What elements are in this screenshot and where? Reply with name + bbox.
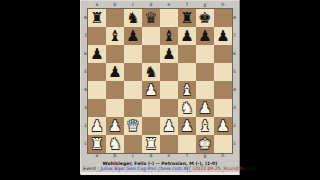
square-h1 bbox=[214, 135, 232, 153]
square-c1 bbox=[124, 135, 142, 153]
square-d4: ♟ bbox=[142, 81, 160, 99]
square-b2: ♟ bbox=[106, 117, 124, 135]
piece-black-pawn: ♟ bbox=[126, 27, 139, 45]
piece-black-knight: ♞ bbox=[126, 9, 139, 27]
square-e4 bbox=[160, 81, 178, 99]
square-c3 bbox=[124, 99, 142, 117]
letterbox-left bbox=[0, 0, 80, 180]
square-h5 bbox=[214, 63, 232, 81]
file-label-a: a bbox=[88, 153, 106, 160]
square-b8 bbox=[106, 9, 124, 27]
rank-label-1: 1 bbox=[232, 135, 237, 153]
piece-black-pawn: ♟ bbox=[108, 63, 121, 81]
piece-black-rook: ♜ bbox=[180, 9, 193, 27]
square-e6: ♟ bbox=[160, 45, 178, 63]
piece-white-knight: ♞ bbox=[180, 99, 193, 117]
square-b4 bbox=[106, 81, 124, 99]
square-e2: ♟ bbox=[160, 117, 178, 135]
square-f5 bbox=[178, 63, 196, 81]
square-g3: ♟ bbox=[196, 99, 214, 117]
piece-black-knight: ♞ bbox=[144, 63, 157, 81]
rank-label-3: 3 bbox=[232, 99, 237, 117]
square-h8 bbox=[214, 9, 232, 27]
square-a8: ♜ bbox=[88, 9, 106, 27]
square-c8: ♞ bbox=[124, 9, 142, 27]
bottom-strip bbox=[81, 172, 239, 175]
square-a1: ♜ bbox=[88, 135, 106, 153]
file-label-b: b bbox=[106, 2, 124, 9]
board-frame: abcdefgh 87654321 ♜♞♛♜♚♝♟♝♟♟♟♟♟♟♞♟♝♞♟♟♟♛… bbox=[83, 0, 237, 160]
piece-black-pawn: ♟ bbox=[180, 27, 193, 45]
event-number: 026 bbox=[246, 166, 255, 171]
piece-white-queen: ♛ bbox=[126, 117, 139, 135]
piece-white-king: ♚ bbox=[198, 135, 211, 153]
piece-white-pawn: ♟ bbox=[162, 117, 175, 135]
square-d5: ♞ bbox=[142, 63, 160, 81]
piece-black-bishop: ♝ bbox=[162, 27, 175, 45]
square-f6 bbox=[178, 45, 196, 63]
square-h2: ♟ bbox=[214, 117, 232, 135]
square-g6 bbox=[196, 45, 214, 63]
piece-white-bishop: ♝ bbox=[198, 117, 211, 135]
file-label-d: d bbox=[142, 2, 160, 9]
piece-white-pawn: ♟ bbox=[198, 99, 211, 117]
square-a5 bbox=[88, 63, 106, 81]
square-b6 bbox=[106, 45, 124, 63]
piece-white-pawn: ♟ bbox=[144, 81, 157, 99]
rank-label-5: 5 bbox=[232, 63, 237, 81]
file-label-d: d bbox=[142, 153, 160, 160]
rank-label-4: 4 bbox=[232, 81, 237, 99]
rank-label-2: 2 bbox=[232, 117, 237, 135]
square-g2: ♝ bbox=[196, 117, 214, 135]
square-b7: ♝ bbox=[106, 27, 124, 45]
file-label-e: e bbox=[160, 2, 178, 9]
square-f3: ♞ bbox=[178, 99, 196, 117]
square-f8: ♜ bbox=[178, 9, 196, 27]
file-label-g: g bbox=[196, 153, 214, 160]
square-d6 bbox=[142, 45, 160, 63]
square-a3 bbox=[88, 99, 106, 117]
square-f1 bbox=[178, 135, 196, 153]
file-label-e: e bbox=[160, 153, 178, 160]
rank-label-8: 8 bbox=[232, 9, 237, 27]
file-label-c: c bbox=[124, 2, 142, 9]
square-f4: ♝ bbox=[178, 81, 196, 99]
file-label-c: c bbox=[124, 153, 142, 160]
square-c5 bbox=[124, 63, 142, 81]
piece-white-rook: ♜ bbox=[90, 135, 103, 153]
piece-white-knight: ♞ bbox=[108, 135, 121, 153]
square-e3 bbox=[160, 99, 178, 117]
piece-white-rook: ♜ bbox=[144, 135, 157, 153]
square-c6 bbox=[124, 45, 142, 63]
square-g4 bbox=[196, 81, 214, 99]
piece-white-pawn: ♟ bbox=[216, 117, 229, 135]
square-d7 bbox=[142, 27, 160, 45]
square-f2: ♟ bbox=[178, 117, 196, 135]
square-c4 bbox=[124, 81, 142, 99]
piece-black-bishop: ♝ bbox=[108, 27, 121, 45]
square-e1 bbox=[160, 135, 178, 153]
square-b1: ♞ bbox=[106, 135, 124, 153]
square-h6 bbox=[214, 45, 232, 63]
piece-black-pawn: ♟ bbox=[216, 27, 229, 45]
piece-black-king: ♚ bbox=[198, 9, 211, 27]
square-b5: ♟ bbox=[106, 63, 124, 81]
square-a4 bbox=[88, 81, 106, 99]
piece-white-pawn: ♟ bbox=[90, 117, 103, 135]
square-g5 bbox=[196, 63, 214, 81]
piece-white-pawn: ♟ bbox=[108, 117, 121, 135]
square-g8: ♚ bbox=[196, 9, 214, 27]
square-c7: ♟ bbox=[124, 27, 142, 45]
rank-label-7: 7 bbox=[232, 27, 237, 45]
file-label-f: f bbox=[178, 153, 196, 160]
square-e7: ♝ bbox=[160, 27, 178, 45]
rank-label-6: 6 bbox=[232, 45, 237, 63]
square-g7: ♟ bbox=[196, 27, 214, 45]
square-e8 bbox=[160, 9, 178, 27]
file-label-h: h bbox=[214, 2, 232, 9]
file-label-g: g bbox=[196, 2, 214, 9]
square-a2: ♟ bbox=[88, 117, 106, 135]
piece-black-pawn: ♟ bbox=[162, 45, 175, 63]
square-a7 bbox=[88, 27, 106, 45]
square-c2: ♛ bbox=[124, 117, 142, 135]
file-label-b: b bbox=[106, 153, 124, 160]
square-d2 bbox=[142, 117, 160, 135]
piece-black-pawn: ♟ bbox=[198, 27, 211, 45]
square-b3 bbox=[106, 99, 124, 117]
piece-white-bishop: ♝ bbox=[180, 81, 193, 99]
piece-black-queen: ♛ bbox=[144, 9, 157, 27]
square-h7: ♟ bbox=[214, 27, 232, 45]
video-frame: abcdefgh 87654321 ♜♞♛♜♚♝♟♝♟♟♟♟♟♟♞♟♝♞♟♟♟♛… bbox=[0, 0, 320, 180]
file-label-f: f bbox=[178, 2, 196, 9]
square-g1: ♚ bbox=[196, 135, 214, 153]
file-label-h: h bbox=[214, 153, 232, 160]
chess-diagram-panel: abcdefgh 87654321 ♜♞♛♜♚♝♟♝♟♟♟♟♟♟♞♟♝♞♟♟♟♛… bbox=[80, 0, 240, 175]
board-grid: ♜♞♛♜♚♝♟♝♟♟♟♟♟♟♞♟♝♞♟♟♟♛♟♟♝♟♜♞♜♚ bbox=[88, 9, 232, 153]
piece-white-pawn: ♟ bbox=[180, 117, 193, 135]
piece-black-rook: ♜ bbox=[90, 9, 103, 27]
square-d1: ♜ bbox=[142, 135, 160, 153]
file-labels-top: abcdefgh bbox=[88, 2, 232, 9]
square-d3 bbox=[142, 99, 160, 117]
square-d8: ♛ bbox=[142, 9, 160, 27]
square-h3 bbox=[214, 99, 232, 117]
file-labels-bottom: abcdefgh bbox=[88, 153, 232, 160]
rank-labels-right: 87654321 bbox=[232, 9, 237, 153]
file-label-a: a bbox=[88, 2, 106, 9]
square-f7: ♟ bbox=[178, 27, 196, 45]
letterbox-right bbox=[240, 0, 320, 180]
square-e5 bbox=[160, 63, 178, 81]
piece-black-pawn: ♟ bbox=[90, 45, 103, 63]
square-a6: ♟ bbox=[88, 45, 106, 63]
square-h4 bbox=[214, 81, 232, 99]
